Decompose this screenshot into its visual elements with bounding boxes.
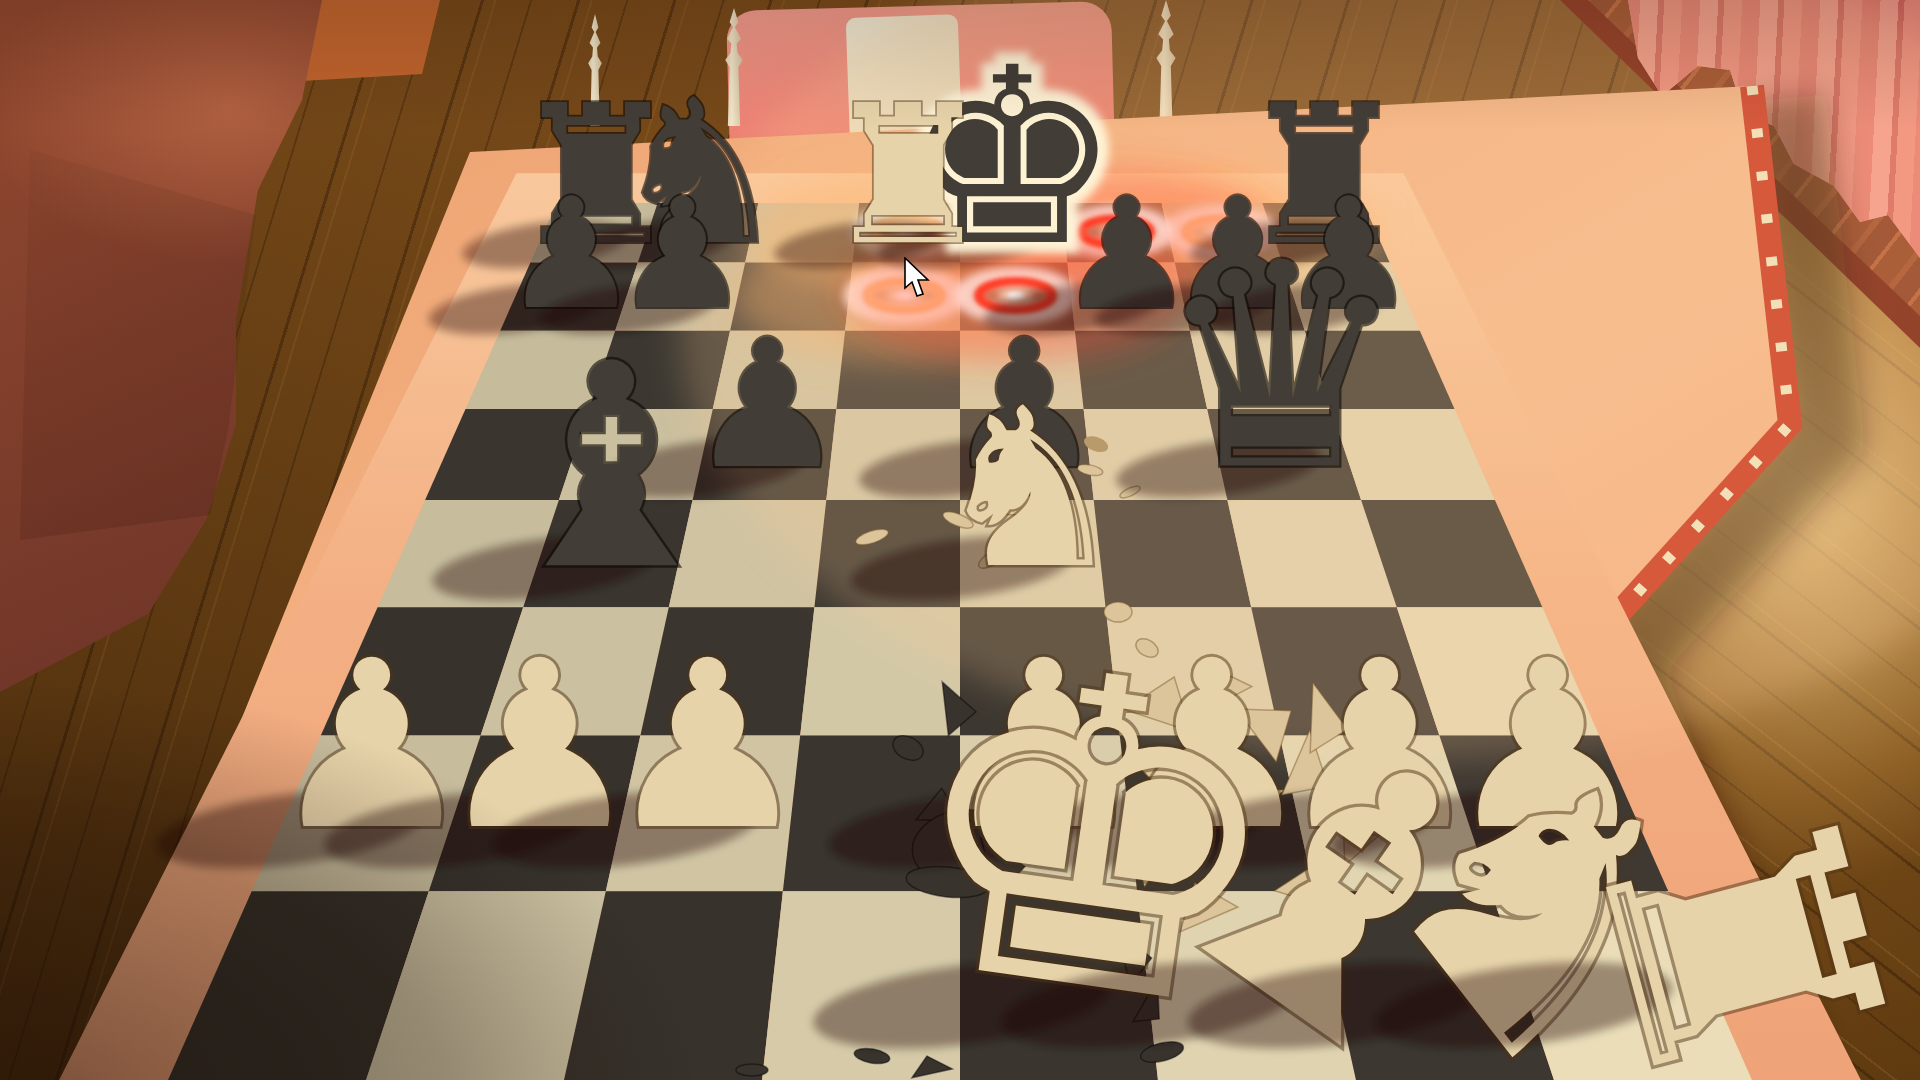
chessboard-3d[interactable]: ♜♞♜♚♚♜♟♟♟♟♟♟♟♛♝♞♟♟♟♟♟♟♟♚♝♞♜ bbox=[0, 0, 1920, 1080]
mouse-cursor-icon bbox=[903, 257, 933, 301]
svg-text:♜: ♜ bbox=[822, 64, 994, 287]
game-screen: ♜♞♜♚♚♜♟♟♟♟♟♟♟♛♝♞♟♟♟♟♟♟♟♚♝♞♜ 3D chess gam… bbox=[0, 0, 1920, 1080]
svg-text:♝: ♝ bbox=[485, 303, 738, 632]
debris-black bbox=[736, 1064, 768, 1076]
svg-text:♛: ♛ bbox=[1154, 203, 1408, 533]
piece-black-queen-g5[interactable]: ♛ bbox=[1113, 203, 1408, 533]
svg-text:♟: ♟ bbox=[604, 611, 812, 881]
